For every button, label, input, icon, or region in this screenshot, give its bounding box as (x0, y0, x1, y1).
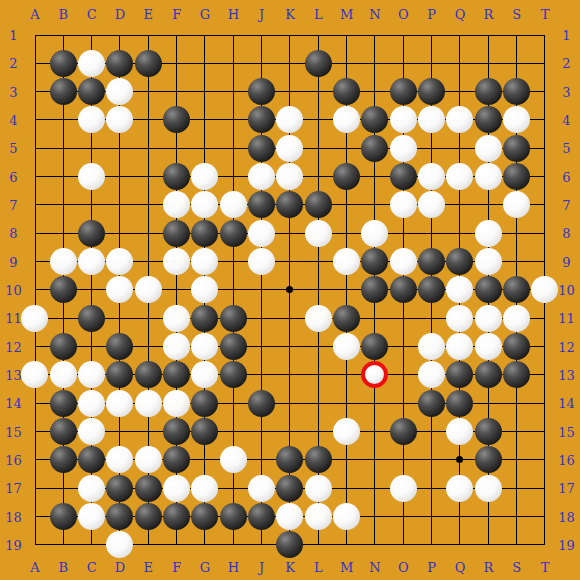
board-point-C14[interactable] (77, 389, 105, 417)
board-point-B13[interactable] (49, 361, 77, 389)
board-point-L18[interactable] (304, 502, 332, 530)
board-point-Q19[interactable] (446, 531, 474, 559)
board-point-Q17[interactable] (446, 474, 474, 502)
board-point-A17[interactable] (21, 474, 49, 502)
board-point-A14[interactable] (21, 389, 49, 417)
board-point-A4[interactable] (21, 106, 49, 134)
board-point-J17[interactable] (247, 474, 275, 502)
board-point-C11[interactable] (77, 304, 105, 332)
board-point-B7[interactable] (49, 191, 77, 219)
board-point-N13[interactable] (361, 361, 389, 389)
board-point-J7[interactable] (247, 191, 275, 219)
board-point-S12[interactable] (502, 332, 530, 360)
board-point-N19[interactable] (361, 531, 389, 559)
board-point-K13[interactable] (276, 361, 304, 389)
board-point-A15[interactable] (21, 417, 49, 445)
board-point-K2[interactable] (276, 49, 304, 77)
board-point-L14[interactable] (304, 389, 332, 417)
board-point-L12[interactable] (304, 332, 332, 360)
board-point-B3[interactable] (49, 77, 77, 105)
board-point-D11[interactable] (106, 304, 134, 332)
board-point-H5[interactable] (219, 134, 247, 162)
board-point-D7[interactable] (106, 191, 134, 219)
board-point-B8[interactable] (49, 219, 77, 247)
board-point-R13[interactable] (474, 361, 502, 389)
board-point-J9[interactable] (247, 247, 275, 275)
board-point-Q5[interactable] (446, 134, 474, 162)
board-point-R5[interactable] (474, 134, 502, 162)
board-point-G18[interactable] (191, 502, 219, 530)
board-point-Q16[interactable] (446, 446, 474, 474)
board-point-H14[interactable] (219, 389, 247, 417)
board-point-D10[interactable] (106, 276, 134, 304)
board-point-J13[interactable] (247, 361, 275, 389)
board-point-R4[interactable] (474, 106, 502, 134)
board-point-J8[interactable] (247, 219, 275, 247)
board-point-G15[interactable] (191, 417, 219, 445)
board-point-J16[interactable] (247, 446, 275, 474)
board-point-B18[interactable] (49, 502, 77, 530)
board-point-B15[interactable] (49, 417, 77, 445)
board-point-D8[interactable] (106, 219, 134, 247)
board-point-D13[interactable] (106, 361, 134, 389)
board-point-M14[interactable] (332, 389, 360, 417)
board-point-A3[interactable] (21, 77, 49, 105)
board-point-C19[interactable] (77, 531, 105, 559)
board-point-T14[interactable] (531, 389, 559, 417)
board-point-D19[interactable] (106, 531, 134, 559)
board-point-F14[interactable] (162, 389, 190, 417)
board-point-E18[interactable] (134, 502, 162, 530)
board-point-H6[interactable] (219, 162, 247, 190)
board-point-F11[interactable] (162, 304, 190, 332)
board-point-A9[interactable] (21, 247, 49, 275)
board-point-T1[interactable] (531, 21, 559, 49)
board-point-O18[interactable] (389, 502, 417, 530)
board-point-J1[interactable] (247, 21, 275, 49)
board-point-D12[interactable] (106, 332, 134, 360)
board-point-M16[interactable] (332, 446, 360, 474)
board-point-D14[interactable] (106, 389, 134, 417)
board-point-K18[interactable] (276, 502, 304, 530)
board-point-D6[interactable] (106, 162, 134, 190)
board-point-B19[interactable] (49, 531, 77, 559)
board-point-D1[interactable] (106, 21, 134, 49)
board-point-G9[interactable] (191, 247, 219, 275)
board-point-R19[interactable] (474, 531, 502, 559)
board-point-L4[interactable] (304, 106, 332, 134)
board-point-B17[interactable] (49, 474, 77, 502)
board-point-F13[interactable] (162, 361, 190, 389)
board-point-R17[interactable] (474, 474, 502, 502)
board-point-E5[interactable] (134, 134, 162, 162)
board-point-N11[interactable] (361, 304, 389, 332)
go-board[interactable]: AA11BB22CC33DD44EE55FF66GG77HH88JJ99KK10… (0, 0, 580, 580)
board-point-A12[interactable] (21, 332, 49, 360)
board-point-J14[interactable] (247, 389, 275, 417)
board-point-T17[interactable] (531, 474, 559, 502)
board-point-Q1[interactable] (446, 21, 474, 49)
board-point-S11[interactable] (502, 304, 530, 332)
board-point-N14[interactable] (361, 389, 389, 417)
board-point-C5[interactable] (77, 134, 105, 162)
board-point-H3[interactable] (219, 77, 247, 105)
board-point-P16[interactable] (417, 446, 445, 474)
board-point-S19[interactable] (502, 531, 530, 559)
board-point-C13[interactable] (77, 361, 105, 389)
board-point-F15[interactable] (162, 417, 190, 445)
board-point-G17[interactable] (191, 474, 219, 502)
board-point-E8[interactable] (134, 219, 162, 247)
board-point-F12[interactable] (162, 332, 190, 360)
board-point-N17[interactable] (361, 474, 389, 502)
board-point-A8[interactable] (21, 219, 49, 247)
board-point-S7[interactable] (502, 191, 530, 219)
board-point-E1[interactable] (134, 21, 162, 49)
board-point-T19[interactable] (531, 531, 559, 559)
board-point-R1[interactable] (474, 21, 502, 49)
board-point-A2[interactable] (21, 49, 49, 77)
board-point-G12[interactable] (191, 332, 219, 360)
board-point-G11[interactable] (191, 304, 219, 332)
board-point-C4[interactable] (77, 106, 105, 134)
board-point-M5[interactable] (332, 134, 360, 162)
board-point-B16[interactable] (49, 446, 77, 474)
board-point-H15[interactable] (219, 417, 247, 445)
board-point-O7[interactable] (389, 191, 417, 219)
board-point-B10[interactable] (49, 276, 77, 304)
board-point-C10[interactable] (77, 276, 105, 304)
board-point-L13[interactable] (304, 361, 332, 389)
board-point-R7[interactable] (474, 191, 502, 219)
board-point-S2[interactable] (502, 49, 530, 77)
board-point-D15[interactable] (106, 417, 134, 445)
board-point-P14[interactable] (417, 389, 445, 417)
board-point-L19[interactable] (304, 531, 332, 559)
board-point-C9[interactable] (77, 247, 105, 275)
board-point-S6[interactable] (502, 162, 530, 190)
board-point-K15[interactable] (276, 417, 304, 445)
board-point-H9[interactable] (219, 247, 247, 275)
board-point-B1[interactable] (49, 21, 77, 49)
board-point-N10[interactable] (361, 276, 389, 304)
board-point-L10[interactable] (304, 276, 332, 304)
board-point-N15[interactable] (361, 417, 389, 445)
board-point-R9[interactable] (474, 247, 502, 275)
board-point-N3[interactable] (361, 77, 389, 105)
board-point-O3[interactable] (389, 77, 417, 105)
board-point-E16[interactable] (134, 446, 162, 474)
board-point-O10[interactable] (389, 276, 417, 304)
board-point-A1[interactable] (21, 21, 49, 49)
board-point-L5[interactable] (304, 134, 332, 162)
board-point-Q2[interactable] (446, 49, 474, 77)
board-point-F2[interactable] (162, 49, 190, 77)
board-point-O4[interactable] (389, 106, 417, 134)
board-point-L7[interactable] (304, 191, 332, 219)
board-point-E9[interactable] (134, 247, 162, 275)
board-point-L3[interactable] (304, 77, 332, 105)
board-point-E6[interactable] (134, 162, 162, 190)
board-point-T4[interactable] (531, 106, 559, 134)
board-point-J4[interactable] (247, 106, 275, 134)
board-point-M13[interactable] (332, 361, 360, 389)
board-point-R18[interactable] (474, 502, 502, 530)
board-point-T10[interactable] (531, 276, 559, 304)
board-point-E4[interactable] (134, 106, 162, 134)
board-point-J5[interactable] (247, 134, 275, 162)
board-point-P4[interactable] (417, 106, 445, 134)
board-point-P7[interactable] (417, 191, 445, 219)
board-point-O9[interactable] (389, 247, 417, 275)
board-point-M6[interactable] (332, 162, 360, 190)
board-point-L2[interactable] (304, 49, 332, 77)
board-point-H10[interactable] (219, 276, 247, 304)
board-point-F7[interactable] (162, 191, 190, 219)
board-point-H1[interactable] (219, 21, 247, 49)
board-point-K11[interactable] (276, 304, 304, 332)
board-point-H8[interactable] (219, 219, 247, 247)
board-point-F10[interactable] (162, 276, 190, 304)
board-point-P5[interactable] (417, 134, 445, 162)
board-point-D4[interactable] (106, 106, 134, 134)
board-point-B4[interactable] (49, 106, 77, 134)
board-point-G8[interactable] (191, 219, 219, 247)
board-point-B2[interactable] (49, 49, 77, 77)
board-point-G14[interactable] (191, 389, 219, 417)
board-point-J15[interactable] (247, 417, 275, 445)
board-point-B11[interactable] (49, 304, 77, 332)
board-point-J3[interactable] (247, 77, 275, 105)
board-point-Q8[interactable] (446, 219, 474, 247)
board-point-H13[interactable] (219, 361, 247, 389)
board-point-F5[interactable] (162, 134, 190, 162)
board-point-K14[interactable] (276, 389, 304, 417)
board-point-L6[interactable] (304, 162, 332, 190)
board-point-A6[interactable] (21, 162, 49, 190)
board-point-R2[interactable] (474, 49, 502, 77)
board-point-N2[interactable] (361, 49, 389, 77)
board-point-F4[interactable] (162, 106, 190, 134)
board-point-A16[interactable] (21, 446, 49, 474)
board-point-L11[interactable] (304, 304, 332, 332)
board-point-T9[interactable] (531, 247, 559, 275)
board-point-K17[interactable] (276, 474, 304, 502)
board-point-T8[interactable] (531, 219, 559, 247)
board-point-L9[interactable] (304, 247, 332, 275)
board-point-S5[interactable] (502, 134, 530, 162)
board-point-Q15[interactable] (446, 417, 474, 445)
board-point-C3[interactable] (77, 77, 105, 105)
board-point-P15[interactable] (417, 417, 445, 445)
board-point-E14[interactable] (134, 389, 162, 417)
board-point-O6[interactable] (389, 162, 417, 190)
board-point-E19[interactable] (134, 531, 162, 559)
board-point-F8[interactable] (162, 219, 190, 247)
board-point-P6[interactable] (417, 162, 445, 190)
board-point-N6[interactable] (361, 162, 389, 190)
board-point-D2[interactable] (106, 49, 134, 77)
board-point-K10[interactable] (276, 276, 304, 304)
board-point-L15[interactable] (304, 417, 332, 445)
board-point-E3[interactable] (134, 77, 162, 105)
board-point-L8[interactable] (304, 219, 332, 247)
board-point-A5[interactable] (21, 134, 49, 162)
board-point-N7[interactable] (361, 191, 389, 219)
board-point-A13[interactable] (21, 361, 49, 389)
board-point-T5[interactable] (531, 134, 559, 162)
board-point-G5[interactable] (191, 134, 219, 162)
board-point-S3[interactable] (502, 77, 530, 105)
board-point-E11[interactable] (134, 304, 162, 332)
board-point-E17[interactable] (134, 474, 162, 502)
board-point-O16[interactable] (389, 446, 417, 474)
board-point-E13[interactable] (134, 361, 162, 389)
board-point-Q10[interactable] (446, 276, 474, 304)
board-point-H16[interactable] (219, 446, 247, 474)
board-point-P18[interactable] (417, 502, 445, 530)
board-point-A11[interactable] (21, 304, 49, 332)
board-point-K3[interactable] (276, 77, 304, 105)
board-point-J18[interactable] (247, 502, 275, 530)
board-point-O5[interactable] (389, 134, 417, 162)
board-point-M12[interactable] (332, 332, 360, 360)
board-point-N16[interactable] (361, 446, 389, 474)
board-point-O11[interactable] (389, 304, 417, 332)
board-point-N18[interactable] (361, 502, 389, 530)
board-point-J12[interactable] (247, 332, 275, 360)
board-point-K4[interactable] (276, 106, 304, 134)
board-point-M17[interactable] (332, 474, 360, 502)
board-point-A18[interactable] (21, 502, 49, 530)
board-point-R8[interactable] (474, 219, 502, 247)
board-point-T12[interactable] (531, 332, 559, 360)
board-point-O13[interactable] (389, 361, 417, 389)
board-point-F16[interactable] (162, 446, 190, 474)
board-point-A7[interactable] (21, 191, 49, 219)
board-point-L17[interactable] (304, 474, 332, 502)
board-point-N12[interactable] (361, 332, 389, 360)
board-point-T18[interactable] (531, 502, 559, 530)
board-point-D17[interactable] (106, 474, 134, 502)
board-point-S8[interactable] (502, 219, 530, 247)
board-point-D9[interactable] (106, 247, 134, 275)
board-point-K5[interactable] (276, 134, 304, 162)
board-point-P11[interactable] (417, 304, 445, 332)
board-point-Q14[interactable] (446, 389, 474, 417)
board-point-H2[interactable] (219, 49, 247, 77)
board-point-R15[interactable] (474, 417, 502, 445)
board-point-F9[interactable] (162, 247, 190, 275)
board-point-T15[interactable] (531, 417, 559, 445)
board-point-M10[interactable] (332, 276, 360, 304)
board-point-B9[interactable] (49, 247, 77, 275)
board-point-S16[interactable] (502, 446, 530, 474)
board-point-R12[interactable] (474, 332, 502, 360)
board-point-F19[interactable] (162, 531, 190, 559)
board-point-P2[interactable] (417, 49, 445, 77)
board-point-S10[interactable] (502, 276, 530, 304)
board-point-T3[interactable] (531, 77, 559, 105)
board-point-T7[interactable] (531, 191, 559, 219)
board-point-Q3[interactable] (446, 77, 474, 105)
board-point-B6[interactable] (49, 162, 77, 190)
stones-grid[interactable] (21, 21, 559, 559)
board-point-H11[interactable] (219, 304, 247, 332)
board-point-S14[interactable] (502, 389, 530, 417)
board-point-M7[interactable] (332, 191, 360, 219)
board-point-F3[interactable] (162, 77, 190, 105)
board-point-S17[interactable] (502, 474, 530, 502)
board-point-E12[interactable] (134, 332, 162, 360)
board-point-L16[interactable] (304, 446, 332, 474)
board-point-M9[interactable] (332, 247, 360, 275)
board-point-C17[interactable] (77, 474, 105, 502)
board-point-T13[interactable] (531, 361, 559, 389)
board-point-S1[interactable] (502, 21, 530, 49)
board-point-C2[interactable] (77, 49, 105, 77)
board-point-C7[interactable] (77, 191, 105, 219)
board-point-D3[interactable] (106, 77, 134, 105)
board-point-E7[interactable] (134, 191, 162, 219)
board-point-H17[interactable] (219, 474, 247, 502)
board-point-P17[interactable] (417, 474, 445, 502)
board-point-Q4[interactable] (446, 106, 474, 134)
board-point-G1[interactable] (191, 21, 219, 49)
board-point-M18[interactable] (332, 502, 360, 530)
board-point-M3[interactable] (332, 77, 360, 105)
board-point-N1[interactable] (361, 21, 389, 49)
board-point-M4[interactable] (332, 106, 360, 134)
board-point-J10[interactable] (247, 276, 275, 304)
board-point-G19[interactable] (191, 531, 219, 559)
board-point-T6[interactable] (531, 162, 559, 190)
board-point-C1[interactable] (77, 21, 105, 49)
board-point-H12[interactable] (219, 332, 247, 360)
board-point-B5[interactable] (49, 134, 77, 162)
board-point-O1[interactable] (389, 21, 417, 49)
board-point-R10[interactable] (474, 276, 502, 304)
board-point-S9[interactable] (502, 247, 530, 275)
board-point-F17[interactable] (162, 474, 190, 502)
board-point-F6[interactable] (162, 162, 190, 190)
board-point-O14[interactable] (389, 389, 417, 417)
board-point-N4[interactable] (361, 106, 389, 134)
board-point-G13[interactable] (191, 361, 219, 389)
board-point-O2[interactable] (389, 49, 417, 77)
board-point-P19[interactable] (417, 531, 445, 559)
board-point-P13[interactable] (417, 361, 445, 389)
board-point-Q6[interactable] (446, 162, 474, 190)
board-point-A10[interactable] (21, 276, 49, 304)
board-point-D18[interactable] (106, 502, 134, 530)
board-point-L1[interactable] (304, 21, 332, 49)
board-point-O17[interactable] (389, 474, 417, 502)
board-point-H18[interactable] (219, 502, 247, 530)
board-point-O8[interactable] (389, 219, 417, 247)
board-point-E10[interactable] (134, 276, 162, 304)
board-point-O12[interactable] (389, 332, 417, 360)
board-point-K7[interactable] (276, 191, 304, 219)
board-point-N8[interactable] (361, 219, 389, 247)
board-point-R6[interactable] (474, 162, 502, 190)
board-point-C15[interactable] (77, 417, 105, 445)
board-point-G4[interactable] (191, 106, 219, 134)
board-point-M15[interactable] (332, 417, 360, 445)
board-point-C8[interactable] (77, 219, 105, 247)
board-point-F1[interactable] (162, 21, 190, 49)
board-point-C16[interactable] (77, 446, 105, 474)
